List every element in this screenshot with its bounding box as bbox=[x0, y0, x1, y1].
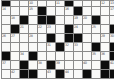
cell-r3c2[interactable]: 18 bbox=[11, 16, 19, 24]
cell-r9c11[interactable] bbox=[92, 70, 100, 78]
cell-r8c5[interactable]: 38 bbox=[38, 61, 46, 69]
clue-number: 31 bbox=[47, 43, 50, 46]
clue-number: 16 bbox=[65, 7, 68, 10]
cell-r7c10[interactable] bbox=[83, 52, 91, 60]
cell-r5c4[interactable]: 28 bbox=[29, 34, 37, 42]
clue-number: 29 bbox=[101, 34, 104, 37]
cell-r2c2[interactable] bbox=[11, 7, 19, 15]
clue-number: 34 bbox=[20, 52, 23, 55]
clue-number: 42 bbox=[11, 70, 14, 73]
black-cell-r5c8 bbox=[65, 34, 73, 42]
black-cell-r3c6 bbox=[47, 16, 55, 24]
black-cell-r6c7 bbox=[56, 43, 64, 51]
black-cell-r9c10 bbox=[83, 70, 91, 78]
cell-r5c7[interactable] bbox=[56, 34, 64, 42]
cell-r3c8[interactable] bbox=[65, 16, 73, 24]
cell-r4c10[interactable] bbox=[83, 25, 91, 33]
black-cell-r2c5 bbox=[38, 7, 46, 15]
cell-r3c1[interactable] bbox=[2, 16, 10, 24]
cell-r6c2[interactable] bbox=[11, 43, 19, 51]
cell-r3c4[interactable] bbox=[29, 16, 37, 24]
clue-number: 22 bbox=[38, 25, 41, 28]
clue-number: 35 bbox=[92, 52, 95, 55]
cell-r3c13[interactable] bbox=[110, 16, 114, 24]
cell-r4c6[interactable]: 23 bbox=[47, 25, 55, 33]
clue-number: 18 bbox=[11, 16, 14, 19]
black-cell-r8c6 bbox=[47, 61, 55, 69]
cell-r9c9[interactable] bbox=[74, 70, 82, 78]
cell-r8c4[interactable] bbox=[29, 61, 37, 69]
cell-r4c9[interactable]: 24 bbox=[74, 25, 82, 33]
cell-r8c1[interactable]: 37 bbox=[2, 61, 10, 69]
cell-r2c4[interactable]: 15 bbox=[29, 7, 37, 15]
clue-number: 36 bbox=[101, 52, 104, 55]
cell-r7c8[interactable] bbox=[65, 52, 73, 60]
cell-r1c9[interactable] bbox=[74, 1, 82, 6]
cell-r6c9[interactable]: 33 bbox=[74, 43, 82, 51]
black-cell-r3c5 bbox=[38, 16, 46, 24]
clue-number: 17 bbox=[110, 7, 113, 10]
cell-r6c4[interactable] bbox=[29, 43, 37, 51]
black-cell-r9c3 bbox=[20, 70, 28, 78]
cell-r3c9[interactable]: 19 bbox=[74, 16, 82, 24]
black-cell-r8c12 bbox=[101, 61, 109, 69]
clue-number: 37 bbox=[2, 61, 5, 64]
cell-r5c3[interactable] bbox=[20, 34, 28, 42]
clue-number: 41 bbox=[110, 61, 113, 64]
black-cell-r6c11 bbox=[92, 43, 100, 51]
cell-r5c1[interactable]: 26 bbox=[2, 34, 10, 42]
cell-r6c8[interactable]: 32 bbox=[65, 43, 73, 51]
cell-r2c11[interactable] bbox=[92, 7, 100, 15]
cell-r8c9[interactable] bbox=[74, 61, 82, 69]
cell-r6c3[interactable] bbox=[20, 43, 28, 51]
cell-r4c5[interactable]: 22 bbox=[38, 25, 46, 33]
cell-r7c9[interactable] bbox=[74, 52, 82, 60]
black-cell-r9c12 bbox=[101, 70, 109, 78]
cell-r1c2[interactable] bbox=[11, 1, 19, 6]
cell-r1c7[interactable]: 11 bbox=[56, 1, 64, 6]
cell-r5c2[interactable]: 27 bbox=[11, 34, 19, 42]
clue-number: 15 bbox=[29, 7, 32, 10]
cell-r7c11[interactable]: 35 bbox=[92, 52, 100, 60]
cell-r1c6[interactable] bbox=[47, 1, 55, 6]
black-cell-r5c6 bbox=[47, 34, 55, 42]
black-cell-r9c7 bbox=[56, 70, 64, 78]
cell-r8c7[interactable]: 39 bbox=[56, 61, 64, 69]
cell-r8c2[interactable] bbox=[11, 61, 19, 69]
cell-r7c5[interactable] bbox=[38, 52, 46, 60]
cell-r4c4[interactable] bbox=[29, 25, 37, 33]
cell-r6c6[interactable]: 31 bbox=[47, 43, 55, 51]
cell-r2c12[interactable] bbox=[101, 7, 109, 15]
black-cell-r9c4 bbox=[29, 70, 37, 78]
cell-r2c7[interactable] bbox=[56, 7, 64, 15]
clue-number: 28 bbox=[29, 34, 32, 37]
clue-number: 43 bbox=[47, 70, 50, 73]
cell-r9c1[interactable] bbox=[2, 70, 10, 78]
clue-number: 32 bbox=[65, 43, 68, 46]
cell-r8c8[interactable] bbox=[65, 61, 73, 69]
clue-number: 14 bbox=[2, 7, 5, 10]
clue-number: 12 bbox=[101, 1, 104, 4]
black-cell-r8c3 bbox=[20, 61, 28, 69]
cell-r5c12[interactable]: 29 bbox=[101, 34, 109, 42]
clue-number: 26 bbox=[2, 34, 5, 37]
black-cell-r2c9 bbox=[74, 7, 82, 15]
black-cell-r6c13 bbox=[110, 43, 114, 51]
black-cell-r3c3 bbox=[20, 16, 28, 24]
cell-r2c10[interactable] bbox=[83, 7, 91, 15]
black-cell-r7c4 bbox=[29, 52, 37, 60]
cell-r1c10[interactable] bbox=[83, 1, 91, 6]
clue-number: 44 bbox=[65, 70, 68, 73]
cell-r5c13[interactable]: 30 bbox=[110, 34, 114, 42]
cell-r4c12[interactable] bbox=[101, 25, 109, 33]
cell-r7c6[interactable] bbox=[47, 52, 55, 60]
cell-r1c11[interactable] bbox=[92, 1, 100, 6]
cell-r4c3[interactable]: 21 bbox=[20, 25, 28, 33]
cell-r5c11[interactable] bbox=[92, 34, 100, 42]
cell-r9c6[interactable]: 43 bbox=[47, 70, 55, 78]
cell-r8c13[interactable]: 41 bbox=[110, 61, 114, 69]
cell-r2c8[interactable]: 16 bbox=[65, 7, 73, 15]
cell-r8c10[interactable]: 40 bbox=[83, 61, 91, 69]
crossword-grid: 1011121314151617181920212223242526272829… bbox=[1, 0, 114, 79]
cell-r1c5[interactable] bbox=[38, 1, 46, 6]
cell-r6c10[interactable] bbox=[83, 43, 91, 51]
cell-r1c12[interactable]: 12 bbox=[101, 1, 109, 6]
black-cell-r7c13 bbox=[110, 52, 114, 60]
cell-r8c11[interactable] bbox=[92, 61, 100, 69]
black-cell-r9c13 bbox=[110, 70, 114, 78]
cell-r9c5[interactable] bbox=[38, 70, 46, 78]
cell-r2c1[interactable]: 14 bbox=[2, 7, 10, 15]
clue-number: 39 bbox=[56, 61, 59, 64]
black-cell-r4c2 bbox=[11, 25, 19, 33]
clue-number: 40 bbox=[83, 61, 86, 64]
clue-number: 21 bbox=[20, 25, 23, 28]
cell-r3c12[interactable] bbox=[101, 16, 109, 24]
black-cell-r4c8 bbox=[65, 25, 73, 33]
clue-number: 30 bbox=[110, 34, 113, 37]
cell-r7c12[interactable]: 36 bbox=[101, 52, 109, 60]
clue-number: 19 bbox=[74, 16, 77, 19]
black-cell-r7c1 bbox=[2, 52, 10, 60]
clue-number: 20 bbox=[83, 16, 86, 19]
clue-number: 38 bbox=[38, 61, 41, 64]
cell-r2c3[interactable] bbox=[20, 7, 28, 15]
clue-number: 27 bbox=[11, 34, 14, 37]
cell-r9c2[interactable]: 42 bbox=[11, 70, 19, 78]
cell-r2c6[interactable] bbox=[47, 7, 55, 15]
black-cell-r4c13 bbox=[110, 25, 114, 33]
cell-r1c3[interactable] bbox=[20, 1, 28, 6]
cell-r5c10[interactable] bbox=[83, 34, 91, 42]
clue-number: 13 bbox=[110, 1, 113, 4]
cell-r9c8[interactable]: 44 bbox=[65, 70, 73, 78]
cell-r6c1[interactable] bbox=[2, 43, 10, 51]
cell-r7c3[interactable]: 34 bbox=[20, 52, 28, 60]
cell-r6c12[interactable] bbox=[101, 43, 109, 51]
clue-number: 33 bbox=[74, 43, 77, 46]
cell-r4c7[interactable] bbox=[56, 25, 64, 33]
cell-r7c7[interactable] bbox=[56, 52, 64, 60]
clue-number: 10 bbox=[29, 1, 32, 4]
cell-r3c7[interactable] bbox=[56, 16, 64, 24]
black-cell-r5c9 bbox=[74, 34, 82, 42]
cell-r5c5[interactable] bbox=[38, 34, 46, 42]
cell-r3c10[interactable]: 20 bbox=[83, 16, 91, 24]
cell-r4c11[interactable]: 25 bbox=[92, 25, 100, 33]
cell-r2c13[interactable]: 17 bbox=[110, 7, 114, 15]
cell-r6c5[interactable] bbox=[38, 43, 46, 51]
clue-number: 11 bbox=[56, 1, 59, 4]
clue-number: 24 bbox=[74, 25, 77, 28]
clue-number: 23 bbox=[47, 25, 50, 28]
cell-r7c2[interactable] bbox=[11, 52, 19, 60]
clue-number: 25 bbox=[92, 25, 95, 28]
cell-r4c1[interactable] bbox=[2, 25, 10, 33]
black-cell-r3c11 bbox=[92, 16, 100, 24]
